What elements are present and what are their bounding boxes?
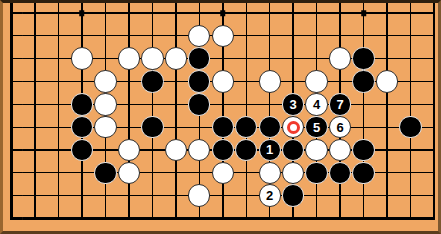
intersection-c5-r3 (94, 47, 117, 70)
intersection-c11-r5 (235, 93, 258, 116)
move-3-black-stone: 3 (282, 93, 304, 115)
intersection-c10-r9 (211, 184, 234, 207)
white-stone (71, 47, 93, 69)
intersection-c1-r4 (0, 70, 23, 93)
intersection-c11-r4 (235, 70, 258, 93)
intersection-c9-r10 (188, 207, 211, 230)
intersection-c15-r3 (328, 47, 351, 70)
intersection-c11-r10 (235, 207, 258, 230)
intersection-c8-r7 (164, 139, 187, 162)
intersection-c11-r1 (235, 2, 258, 25)
intersection-c7-r9 (141, 184, 164, 207)
intersection-c12-r9: 2 (258, 184, 281, 207)
white-stone (94, 116, 116, 138)
intersection-c9-r1 (188, 2, 211, 25)
intersection-c1-r2 (0, 24, 23, 47)
intersection-c12-r5 (258, 93, 281, 116)
intersection-c5-r9 (94, 184, 117, 207)
black-stone (282, 184, 304, 206)
black-stone (212, 116, 234, 138)
intersection-c17-r9 (375, 184, 398, 207)
white-stone (305, 70, 327, 92)
intersection-c15-r7 (328, 139, 351, 162)
intersection-c14-r1 (305, 2, 328, 25)
intersection-c4-r6 (70, 116, 93, 139)
white-stone (118, 139, 140, 161)
intersection-c4-r3 (70, 47, 93, 70)
white-stone (188, 25, 210, 47)
intersection-c11-r6 (235, 116, 258, 139)
intersection-c6-r8 (117, 161, 140, 184)
intersection-c8-r3 (164, 47, 187, 70)
intersection-c9-r8 (188, 161, 211, 184)
move-1-black-stone: 1 (259, 139, 281, 161)
intersection-c15-r4 (328, 70, 351, 93)
intersection-c3-r4 (47, 70, 70, 93)
intersection-c19-r5 (422, 93, 441, 116)
intersection-c4-r9 (70, 184, 93, 207)
intersection-c13-r10 (281, 207, 304, 230)
intersection-c3-r1 (47, 2, 70, 25)
intersection-c4-r8 (70, 161, 93, 184)
intersection-c1-r6 (0, 116, 23, 139)
intersection-c13-r3 (281, 47, 304, 70)
black-stone (329, 162, 351, 184)
intersection-c6-r9 (117, 184, 140, 207)
intersection-c16-r6 (352, 116, 375, 139)
intersection-c10-r4 (211, 70, 234, 93)
intersection-c8-r8 (164, 161, 187, 184)
intersection-c2-r5 (23, 93, 46, 116)
intersection-c5-r4 (94, 70, 117, 93)
white-stone (165, 139, 187, 161)
intersection-c2-r3 (23, 47, 46, 70)
intersection-c19-r10 (422, 207, 441, 230)
intersection-c2-r4 (23, 70, 46, 93)
intersection-c8-r5 (164, 93, 187, 116)
white-stone (94, 93, 116, 115)
intersection-c16-r7 (352, 139, 375, 162)
star-point (220, 10, 226, 16)
intersection-c18-r4 (399, 70, 422, 93)
intersection-c7-r3 (141, 47, 164, 70)
intersection-c14-r2 (305, 24, 328, 47)
intersection-c1-r1 (0, 2, 23, 25)
intersection-c6-r10 (117, 207, 140, 230)
intersection-c9-r5 (188, 93, 211, 116)
intersection-c14-r10 (305, 207, 328, 230)
black-stone (399, 116, 421, 138)
intersection-c12-r4 (258, 70, 281, 93)
white-stone (282, 116, 304, 138)
intersection-c19-r9 (422, 184, 441, 207)
intersection-c16-r9 (352, 184, 375, 207)
white-stone (212, 70, 234, 92)
intersection-c6-r6 (117, 116, 140, 139)
intersection-c13-r4 (281, 70, 304, 93)
intersection-c13-r8 (281, 161, 304, 184)
intersection-c19-r1 (422, 2, 441, 25)
white-stone (94, 70, 116, 92)
intersection-c8-r10 (164, 207, 187, 230)
intersection-c5-r7 (94, 139, 117, 162)
red-circle-mark (287, 121, 300, 134)
white-stone (118, 162, 140, 184)
intersection-c16-r5 (352, 93, 375, 116)
intersection-c11-r3 (235, 47, 258, 70)
black-stone (305, 162, 327, 184)
intersection-c5-r1 (94, 2, 117, 25)
intersection-c18-r5 (399, 93, 422, 116)
intersection-c4-r7 (70, 139, 93, 162)
intersection-c5-r10 (94, 207, 117, 230)
star-point (79, 10, 85, 16)
intersection-c10-r6 (211, 116, 234, 139)
intersection-c4-r1 (70, 2, 93, 25)
intersection-c17-r5 (375, 93, 398, 116)
intersection-c5-r5 (94, 93, 117, 116)
intersection-c4-r5 (70, 93, 93, 116)
black-stone (352, 139, 374, 161)
intersection-c13-r7 (281, 139, 304, 162)
white-stone (212, 25, 234, 47)
intersection-c10-r8 (211, 161, 234, 184)
white-stone (282, 162, 304, 184)
intersection-c10-r2 (211, 24, 234, 47)
intersection-c14-r3 (305, 47, 328, 70)
intersection-c2-r10 (23, 207, 46, 230)
black-stone (235, 139, 257, 161)
intersection-c6-r1 (117, 2, 140, 25)
black-stone (235, 116, 257, 138)
intersection-c16-r10 (352, 207, 375, 230)
intersection-c12-r3 (258, 47, 281, 70)
white-stone (188, 139, 210, 161)
intersection-c13-r5: 3 (281, 93, 304, 116)
intersection-c19-r3 (422, 47, 441, 70)
intersection-c1-r10 (0, 207, 23, 230)
intersection-c14-r8 (305, 161, 328, 184)
intersection-c17-r1 (375, 2, 398, 25)
intersection-c18-r2 (399, 24, 422, 47)
intersection-c15-r6: 6 (328, 116, 351, 139)
intersection-c16-r4 (352, 70, 375, 93)
intersection-c9-r3 (188, 47, 211, 70)
intersection-c6-r3 (117, 47, 140, 70)
intersection-c10-r7 (211, 139, 234, 162)
intersection-c8-r6 (164, 116, 187, 139)
intersection-c18-r6 (399, 116, 422, 139)
intersection-c7-r6 (141, 116, 164, 139)
intersection-c18-r9 (399, 184, 422, 207)
intersection-c18-r7 (399, 139, 422, 162)
move-6-white-stone: 6 (329, 116, 351, 138)
move-5-black-stone: 5 (305, 116, 327, 138)
intersection-c18-r8 (399, 161, 422, 184)
intersection-c9-r6 (188, 116, 211, 139)
intersection-c17-r4 (375, 70, 398, 93)
intersection-c3-r7 (47, 139, 70, 162)
intersection-c13-r1 (281, 2, 304, 25)
intersection-c8-r9 (164, 184, 187, 207)
white-stone (212, 162, 234, 184)
intersection-c13-r6 (281, 116, 304, 139)
intersection-c14-r9 (305, 184, 328, 207)
white-stone (118, 47, 140, 69)
move-2-white-stone: 2 (259, 184, 281, 206)
intersection-c15-r8 (328, 161, 351, 184)
move-7-black-stone: 7 (329, 93, 351, 115)
white-stone (329, 139, 351, 161)
intersection-c5-r2 (94, 24, 117, 47)
intersection-c7-r1 (141, 2, 164, 25)
intersection-c18-r1 (399, 2, 422, 25)
intersection-c3-r10 (47, 207, 70, 230)
intersection-c15-r1 (328, 2, 351, 25)
white-stone (329, 47, 351, 69)
white-stone (188, 184, 210, 206)
intersection-c7-r7 (141, 139, 164, 162)
intersection-c18-r10 (399, 207, 422, 230)
intersection-c11-r7 (235, 139, 258, 162)
intersection-c10-r1 (211, 2, 234, 25)
intersection-c12-r7: 1 (258, 139, 281, 162)
move-4-white-stone: 4 (305, 93, 327, 115)
intersection-c7-r8 (141, 161, 164, 184)
intersection-c11-r8 (235, 161, 258, 184)
intersection-c12-r2 (258, 24, 281, 47)
intersection-c10-r5 (211, 93, 234, 116)
black-stone (141, 70, 163, 92)
white-stone (165, 47, 187, 69)
intersection-c19-r6 (422, 116, 441, 139)
intersection-c2-r7 (23, 139, 46, 162)
intersection-c17-r3 (375, 47, 398, 70)
intersection-c8-r1 (164, 2, 187, 25)
intersection-c2-r8 (23, 161, 46, 184)
intersection-c4-r2 (70, 24, 93, 47)
intersection-c12-r1 (258, 2, 281, 25)
intersection-c11-r9 (235, 184, 258, 207)
intersection-c1-r5 (0, 93, 23, 116)
intersection-c8-r2 (164, 24, 187, 47)
intersection-c12-r8 (258, 161, 281, 184)
intersection-c8-r4 (164, 70, 187, 93)
intersection-c2-r6 (23, 116, 46, 139)
white-stone (141, 47, 163, 69)
black-stone (71, 139, 93, 161)
intersection-c7-r4 (141, 70, 164, 93)
intersection-c6-r2 (117, 24, 140, 47)
black-stone (188, 47, 210, 69)
intersection-c14-r6: 5 (305, 116, 328, 139)
white-stone (259, 162, 281, 184)
intersection-c16-r1 (352, 2, 375, 25)
intersection-c17-r8 (375, 161, 398, 184)
intersection-c17-r6 (375, 116, 398, 139)
intersection-c6-r5 (117, 93, 140, 116)
intersection-c17-r7 (375, 139, 398, 162)
intersection-c19-r7 (422, 139, 441, 162)
intersection-c12-r10 (258, 207, 281, 230)
intersection-c2-r9 (23, 184, 46, 207)
intersection-c6-r7 (117, 139, 140, 162)
intersection-c3-r9 (47, 184, 70, 207)
intersection-c15-r9 (328, 184, 351, 207)
intersection-c1-r8 (0, 161, 23, 184)
intersection-c17-r10 (375, 207, 398, 230)
intersection-c4-r10 (70, 207, 93, 230)
intersection-c9-r7 (188, 139, 211, 162)
intersection-c10-r10 (211, 207, 234, 230)
intersection-c7-r10 (141, 207, 164, 230)
intersection-c11-r2 (235, 24, 258, 47)
intersection-c16-r8 (352, 161, 375, 184)
intersection-c18-r3 (399, 47, 422, 70)
white-stone (376, 70, 398, 92)
intersection-c7-r5 (141, 93, 164, 116)
intersection-c3-r3 (47, 47, 70, 70)
black-stone (188, 70, 210, 92)
intersection-c15-r10 (328, 207, 351, 230)
intersection-c3-r2 (47, 24, 70, 47)
black-stone (212, 139, 234, 161)
intersection-c4-r4 (70, 70, 93, 93)
black-stone (352, 70, 374, 92)
intersection-c14-r5: 4 (305, 93, 328, 116)
intersection-c9-r4 (188, 70, 211, 93)
go-board: 3475612 (0, 2, 441, 230)
intersection-c16-r2 (352, 24, 375, 47)
intersection-c2-r2 (23, 24, 46, 47)
intersection-c19-r8 (422, 161, 441, 184)
intersection-c15-r5: 7 (328, 93, 351, 116)
black-stone (141, 116, 163, 138)
intersection-c14-r7 (305, 139, 328, 162)
intersection-c15-r2 (328, 24, 351, 47)
intersection-c16-r3 (352, 47, 375, 70)
go-board-diagram: 3475612 (0, 0, 441, 234)
intersection-c13-r9 (281, 184, 304, 207)
black-stone (94, 162, 116, 184)
intersection-c1-r3 (0, 47, 23, 70)
intersection-c3-r6 (47, 116, 70, 139)
intersection-c2-r1 (23, 2, 46, 25)
intersection-c9-r2 (188, 24, 211, 47)
black-stone (259, 116, 281, 138)
intersection-c6-r4 (117, 70, 140, 93)
black-stone (352, 47, 374, 69)
intersection-c1-r7 (0, 139, 23, 162)
intersection-c17-r2 (375, 24, 398, 47)
intersection-c19-r4 (422, 70, 441, 93)
intersection-c7-r2 (141, 24, 164, 47)
black-stone (188, 93, 210, 115)
intersection-c14-r4 (305, 70, 328, 93)
black-stone (71, 93, 93, 115)
intersection-c3-r5 (47, 93, 70, 116)
star-point (361, 10, 367, 16)
intersection-c13-r2 (281, 24, 304, 47)
white-stone (305, 139, 327, 161)
white-stone (259, 70, 281, 92)
intersection-c9-r9 (188, 184, 211, 207)
intersection-c1-r9 (0, 184, 23, 207)
intersection-c3-r8 (47, 161, 70, 184)
intersection-c5-r6 (94, 116, 117, 139)
intersection-c10-r3 (211, 47, 234, 70)
black-stone (352, 162, 374, 184)
intersection-c12-r6 (258, 116, 281, 139)
intersection-c19-r2 (422, 24, 441, 47)
black-stone (71, 116, 93, 138)
black-stone (282, 139, 304, 161)
intersection-c5-r8 (94, 161, 117, 184)
